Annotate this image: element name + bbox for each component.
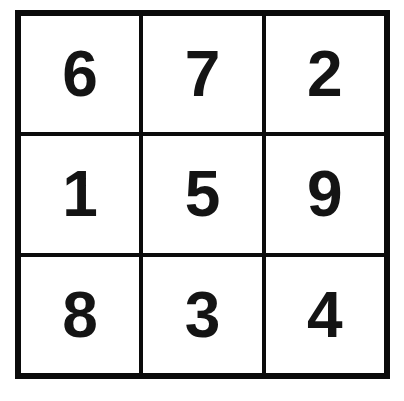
cell-r1c3: 2 (266, 16, 384, 132)
cell-r2c2: 5 (143, 136, 261, 252)
cell-r2c3: 9 (266, 136, 384, 252)
cell-r3c3: 4 (266, 257, 384, 373)
cell-r1c1: 6 (21, 16, 139, 132)
cell-r1c2: 7 (143, 16, 261, 132)
cell-r2c1: 1 (21, 136, 139, 252)
cell-r3c1: 8 (21, 257, 139, 373)
cell-r3c2: 3 (143, 257, 261, 373)
magic-square-board: 6 7 2 1 5 9 8 3 4 (15, 10, 390, 379)
